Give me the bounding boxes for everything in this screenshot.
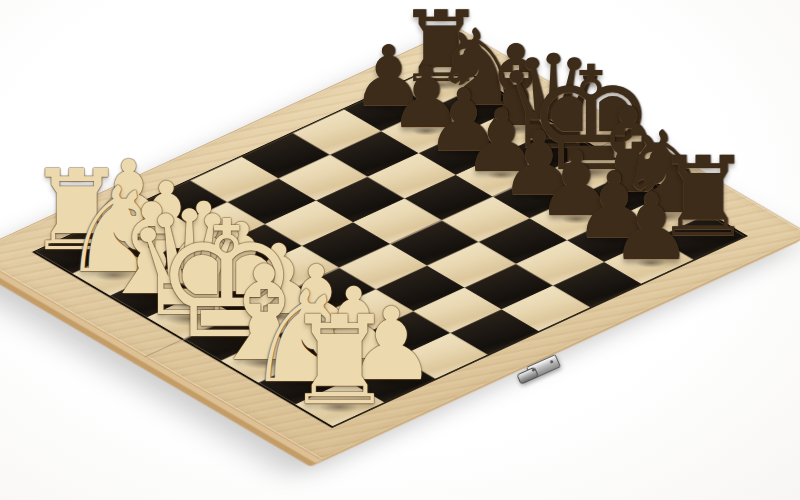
latch-hook (516, 367, 539, 385)
chess-set-photo: ♜♞♝♛♚♝♞♜♟♟♟♟♟♟♟♟♟♟♟♟♟♟♟♟♜♞♝♛♚♝♞♜ (0, 0, 800, 500)
chess-board (32, 60, 748, 428)
